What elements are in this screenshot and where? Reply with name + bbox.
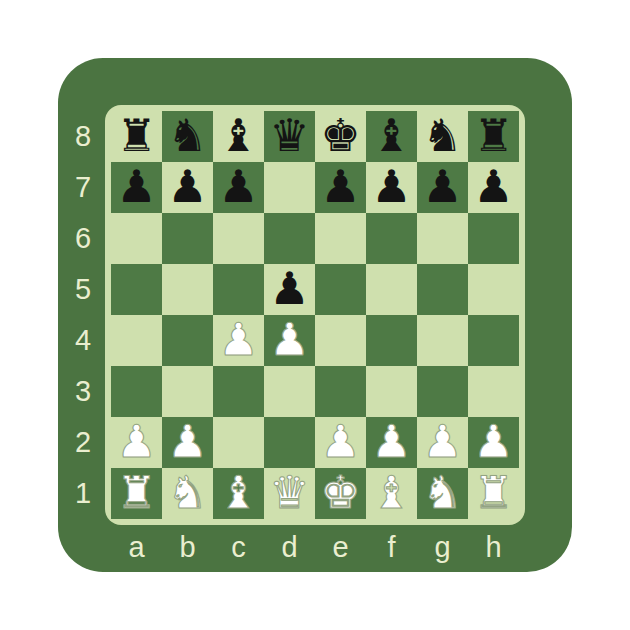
square-g3[interactable] bbox=[417, 366, 468, 417]
square-f8[interactable]: ♝ bbox=[366, 111, 417, 162]
black-pawn-b7[interactable]: ♟ bbox=[167, 161, 207, 212]
black-pawn-a7[interactable]: ♟ bbox=[116, 161, 156, 212]
square-h2[interactable]: ♟ bbox=[468, 417, 519, 468]
black-pawn-h7[interactable]: ♟ bbox=[473, 161, 513, 212]
black-rook-h8[interactable]: ♜ bbox=[473, 110, 513, 161]
file-labels: abcdefgh bbox=[111, 525, 519, 569]
page-background: 87654321 abcdefgh ♜♞♝♛♚♝♞♜♟♟♟♟♟♟♟♟♟♟♟♟♟♟… bbox=[0, 0, 630, 630]
square-e4[interactable] bbox=[315, 315, 366, 366]
file-label-e: e bbox=[315, 525, 366, 569]
square-e6[interactable] bbox=[315, 213, 366, 264]
square-e8[interactable]: ♚ bbox=[315, 111, 366, 162]
square-b8[interactable]: ♞ bbox=[162, 111, 213, 162]
square-f7[interactable]: ♟ bbox=[366, 162, 417, 213]
black-pawn-c7[interactable]: ♟ bbox=[218, 161, 258, 212]
square-f4[interactable] bbox=[366, 315, 417, 366]
square-f1[interactable]: ♝ bbox=[366, 468, 417, 519]
square-h5[interactable] bbox=[468, 264, 519, 315]
square-a4[interactable] bbox=[111, 315, 162, 366]
black-pawn-f7[interactable]: ♟ bbox=[371, 161, 411, 212]
white-knight-g1[interactable]: ♞ bbox=[422, 467, 462, 518]
rank-label-8: 8 bbox=[68, 111, 98, 162]
square-d8[interactable]: ♛ bbox=[264, 111, 315, 162]
square-g4[interactable] bbox=[417, 315, 468, 366]
rank-label-1: 1 bbox=[68, 468, 98, 519]
rank-label-7: 7 bbox=[68, 162, 98, 213]
white-pawn-c4[interactable]: ♟ bbox=[218, 314, 258, 365]
square-d4[interactable]: ♟ bbox=[264, 315, 315, 366]
white-rook-a1[interactable]: ♜ bbox=[116, 467, 156, 518]
white-pawn-h2[interactable]: ♟ bbox=[473, 416, 513, 467]
square-c6[interactable] bbox=[213, 213, 264, 264]
square-e5[interactable] bbox=[315, 264, 366, 315]
black-bishop-c8[interactable]: ♝ bbox=[218, 110, 258, 161]
square-f3[interactable] bbox=[366, 366, 417, 417]
file-label-c: c bbox=[213, 525, 264, 569]
square-c2[interactable] bbox=[213, 417, 264, 468]
square-d2[interactable] bbox=[264, 417, 315, 468]
file-label-g: g bbox=[417, 525, 468, 569]
square-f2[interactable]: ♟ bbox=[366, 417, 417, 468]
rank-label-3: 3 bbox=[68, 366, 98, 417]
square-c8[interactable]: ♝ bbox=[213, 111, 264, 162]
white-queen-d1[interactable]: ♛ bbox=[269, 467, 309, 518]
square-c1[interactable]: ♝ bbox=[213, 468, 264, 519]
square-a3[interactable] bbox=[111, 366, 162, 417]
chess-board: ♜♞♝♛♚♝♞♜♟♟♟♟♟♟♟♟♟♟♟♟♟♟♟♟♜♞♝♛♚♝♞♜ bbox=[111, 111, 519, 519]
square-d5[interactable]: ♟ bbox=[264, 264, 315, 315]
black-pawn-g7[interactable]: ♟ bbox=[422, 161, 462, 212]
square-g8[interactable]: ♞ bbox=[417, 111, 468, 162]
file-label-b: b bbox=[162, 525, 213, 569]
file-label-d: d bbox=[264, 525, 315, 569]
black-rook-a8[interactable]: ♜ bbox=[116, 110, 156, 161]
white-knight-b1[interactable]: ♞ bbox=[167, 467, 207, 518]
square-b6[interactable] bbox=[162, 213, 213, 264]
board-frame: ♜♞♝♛♚♝♞♜♟♟♟♟♟♟♟♟♟♟♟♟♟♟♟♟♜♞♝♛♚♝♞♜ bbox=[105, 105, 525, 525]
square-e3[interactable] bbox=[315, 366, 366, 417]
square-e1[interactable]: ♚ bbox=[315, 468, 366, 519]
black-king-e8[interactable]: ♚ bbox=[320, 110, 360, 161]
black-queen-d8[interactable]: ♛ bbox=[269, 110, 309, 161]
square-g6[interactable] bbox=[417, 213, 468, 264]
black-knight-g8[interactable]: ♞ bbox=[422, 110, 462, 161]
white-pawn-b2[interactable]: ♟ bbox=[167, 416, 207, 467]
white-rook-h1[interactable]: ♜ bbox=[473, 467, 513, 518]
white-pawn-d4[interactable]: ♟ bbox=[269, 314, 309, 365]
square-g5[interactable] bbox=[417, 264, 468, 315]
white-pawn-a2[interactable]: ♟ bbox=[116, 416, 156, 467]
square-h6[interactable] bbox=[468, 213, 519, 264]
file-label-f: f bbox=[366, 525, 417, 569]
square-h4[interactable] bbox=[468, 315, 519, 366]
black-pawn-e7[interactable]: ♟ bbox=[320, 161, 360, 212]
white-pawn-g2[interactable]: ♟ bbox=[422, 416, 462, 467]
square-a1[interactable]: ♜ bbox=[111, 468, 162, 519]
square-e2[interactable]: ♟ bbox=[315, 417, 366, 468]
rank-label-4: 4 bbox=[68, 315, 98, 366]
white-pawn-f2[interactable]: ♟ bbox=[371, 416, 411, 467]
square-d6[interactable] bbox=[264, 213, 315, 264]
board-mat: 87654321 abcdefgh ♜♞♝♛♚♝♞♜♟♟♟♟♟♟♟♟♟♟♟♟♟♟… bbox=[58, 58, 572, 572]
square-h8[interactable]: ♜ bbox=[468, 111, 519, 162]
square-c7[interactable]: ♟ bbox=[213, 162, 264, 213]
square-b3[interactable] bbox=[162, 366, 213, 417]
file-label-a: a bbox=[111, 525, 162, 569]
square-b4[interactable] bbox=[162, 315, 213, 366]
square-a2[interactable]: ♟ bbox=[111, 417, 162, 468]
square-a6[interactable] bbox=[111, 213, 162, 264]
square-c5[interactable] bbox=[213, 264, 264, 315]
square-g1[interactable]: ♞ bbox=[417, 468, 468, 519]
square-d3[interactable] bbox=[264, 366, 315, 417]
rank-label-2: 2 bbox=[68, 417, 98, 468]
square-b7[interactable]: ♟ bbox=[162, 162, 213, 213]
rank-labels: 87654321 bbox=[68, 111, 98, 519]
white-pawn-e2[interactable]: ♟ bbox=[320, 416, 360, 467]
square-e7[interactable]: ♟ bbox=[315, 162, 366, 213]
white-king-e1[interactable]: ♚ bbox=[320, 467, 360, 518]
square-a7[interactable]: ♟ bbox=[111, 162, 162, 213]
square-a8[interactable]: ♜ bbox=[111, 111, 162, 162]
black-bishop-f8[interactable]: ♝ bbox=[371, 110, 411, 161]
white-bishop-c1[interactable]: ♝ bbox=[218, 467, 258, 518]
square-b5[interactable] bbox=[162, 264, 213, 315]
square-g7[interactable]: ♟ bbox=[417, 162, 468, 213]
black-knight-b8[interactable]: ♞ bbox=[167, 110, 207, 161]
square-d7[interactable] bbox=[264, 162, 315, 213]
square-f6[interactable] bbox=[366, 213, 417, 264]
square-b2[interactable]: ♟ bbox=[162, 417, 213, 468]
square-h3[interactable] bbox=[468, 366, 519, 417]
black-pawn-d5[interactable]: ♟ bbox=[269, 263, 309, 314]
square-c3[interactable] bbox=[213, 366, 264, 417]
white-bishop-f1[interactable]: ♝ bbox=[371, 467, 411, 518]
rank-label-6: 6 bbox=[68, 213, 98, 264]
square-g2[interactable]: ♟ bbox=[417, 417, 468, 468]
square-a5[interactable] bbox=[111, 264, 162, 315]
rank-label-5: 5 bbox=[68, 264, 98, 315]
square-b1[interactable]: ♞ bbox=[162, 468, 213, 519]
square-f5[interactable] bbox=[366, 264, 417, 315]
square-h7[interactable]: ♟ bbox=[468, 162, 519, 213]
square-h1[interactable]: ♜ bbox=[468, 468, 519, 519]
square-c4[interactable]: ♟ bbox=[213, 315, 264, 366]
square-d1[interactable]: ♛ bbox=[264, 468, 315, 519]
file-label-h: h bbox=[468, 525, 519, 569]
